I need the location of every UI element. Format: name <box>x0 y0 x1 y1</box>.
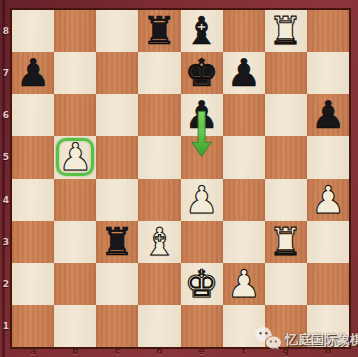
board-frame: ♜♝♜♟♚♟♟♟♟♟♟♜♝♜♚♟ <box>12 10 349 347</box>
square-c8[interactable] <box>96 10 138 52</box>
square-e5[interactable] <box>181 136 223 178</box>
piece-white-pawn-b5[interactable]: ♟ <box>58 138 92 176</box>
square-b1[interactable] <box>54 305 96 347</box>
piece-black-bishop-e8[interactable]: ♝ <box>185 12 219 50</box>
square-a5[interactable] <box>12 136 54 178</box>
piece-white-rook-g3[interactable]: ♜ <box>269 223 303 261</box>
square-f8[interactable] <box>223 10 265 52</box>
square-d1[interactable] <box>138 305 180 347</box>
rank-label-2: 2 <box>0 279 12 289</box>
square-b4[interactable] <box>54 179 96 221</box>
file-label-h: h <box>318 346 338 357</box>
square-a6[interactable] <box>12 94 54 136</box>
rank-label-8: 8 <box>0 26 12 36</box>
square-h2[interactable] <box>307 263 349 305</box>
square-f4[interactable] <box>223 179 265 221</box>
square-e8[interactable]: ♝ <box>181 10 223 52</box>
square-d8[interactable]: ♜ <box>138 10 180 52</box>
square-f2[interactable]: ♟ <box>223 263 265 305</box>
chess-diagram: 87654321 abcdefgh ♜♝♜♟♚♟♟♟♟♟♟♜♝♜♚♟ <box>0 0 358 357</box>
square-d7[interactable] <box>138 52 180 94</box>
square-a7[interactable]: ♟ <box>12 52 54 94</box>
square-g5[interactable] <box>265 136 307 178</box>
piece-black-rook-d8[interactable]: ♜ <box>142 12 176 50</box>
square-f3[interactable] <box>223 221 265 263</box>
square-h8[interactable] <box>307 10 349 52</box>
square-a2[interactable] <box>12 263 54 305</box>
square-b5[interactable]: ♟ <box>54 136 96 178</box>
square-g1[interactable] <box>265 305 307 347</box>
square-b3[interactable] <box>54 221 96 263</box>
piece-white-pawn-e4[interactable]: ♟ <box>185 181 219 219</box>
square-c7[interactable] <box>96 52 138 94</box>
piece-black-pawn-a7[interactable]: ♟ <box>16 54 50 92</box>
square-h1[interactable] <box>307 305 349 347</box>
rank-label-7: 7 <box>0 68 12 78</box>
square-e3[interactable] <box>181 221 223 263</box>
file-label-b: b <box>65 346 85 357</box>
file-label-d: d <box>149 346 169 357</box>
piece-black-rook-c3[interactable]: ♜ <box>100 223 134 261</box>
square-c5[interactable] <box>96 136 138 178</box>
rank-label-3: 3 <box>0 237 12 247</box>
square-h7[interactable] <box>307 52 349 94</box>
rank-label-6: 6 <box>0 110 12 120</box>
square-e7[interactable]: ♚ <box>181 52 223 94</box>
piece-white-king-e2[interactable]: ♚ <box>185 265 219 303</box>
square-g2[interactable] <box>265 263 307 305</box>
square-h4[interactable]: ♟ <box>307 179 349 221</box>
piece-black-king-e7[interactable]: ♚ <box>185 54 219 92</box>
rank-label-5: 5 <box>0 152 12 162</box>
square-e4[interactable]: ♟ <box>181 179 223 221</box>
square-g7[interactable] <box>265 52 307 94</box>
square-b7[interactable] <box>54 52 96 94</box>
square-f5[interactable] <box>223 136 265 178</box>
square-a4[interactable] <box>12 179 54 221</box>
square-g8[interactable]: ♜ <box>265 10 307 52</box>
piece-white-bishop-d3[interactable]: ♝ <box>142 223 176 261</box>
file-label-a: a <box>23 346 43 357</box>
file-label-f: f <box>234 346 254 357</box>
square-a1[interactable] <box>12 305 54 347</box>
square-b8[interactable] <box>54 10 96 52</box>
piece-black-pawn-e6[interactable]: ♟ <box>185 96 219 134</box>
square-e2[interactable]: ♚ <box>181 263 223 305</box>
square-d5[interactable] <box>138 136 180 178</box>
square-h6[interactable]: ♟ <box>307 94 349 136</box>
square-c1[interactable] <box>96 305 138 347</box>
square-f6[interactable] <box>223 94 265 136</box>
square-e1[interactable] <box>181 305 223 347</box>
chess-board: ♜♝♜♟♚♟♟♟♟♟♟♜♝♜♚♟ <box>12 10 349 347</box>
square-c2[interactable] <box>96 263 138 305</box>
square-h3[interactable] <box>307 221 349 263</box>
piece-white-pawn-h4[interactable]: ♟ <box>311 181 345 219</box>
square-f1[interactable] <box>223 305 265 347</box>
square-d2[interactable] <box>138 263 180 305</box>
square-c4[interactable] <box>96 179 138 221</box>
file-label-c: c <box>107 346 127 357</box>
square-b6[interactable] <box>54 94 96 136</box>
square-e6[interactable]: ♟ <box>181 94 223 136</box>
square-a3[interactable] <box>12 221 54 263</box>
square-d3[interactable]: ♝ <box>138 221 180 263</box>
square-f7[interactable]: ♟ <box>223 52 265 94</box>
square-c6[interactable] <box>96 94 138 136</box>
square-c3[interactable]: ♜ <box>96 221 138 263</box>
piece-black-pawn-h6[interactable]: ♟ <box>311 96 345 134</box>
square-g4[interactable] <box>265 179 307 221</box>
piece-white-rook-g8[interactable]: ♜ <box>269 12 303 50</box>
piece-white-pawn-f2[interactable]: ♟ <box>227 265 261 303</box>
rank-label-4: 4 <box>0 195 12 205</box>
square-a8[interactable] <box>12 10 54 52</box>
square-g6[interactable] <box>265 94 307 136</box>
square-b2[interactable] <box>54 263 96 305</box>
file-label-g: g <box>276 346 296 357</box>
file-label-e: e <box>192 346 212 357</box>
square-d6[interactable] <box>138 94 180 136</box>
square-d4[interactable] <box>138 179 180 221</box>
rank-label-1: 1 <box>0 321 12 331</box>
piece-black-pawn-f7[interactable]: ♟ <box>227 54 261 92</box>
square-g3[interactable]: ♜ <box>265 221 307 263</box>
square-h5[interactable] <box>307 136 349 178</box>
